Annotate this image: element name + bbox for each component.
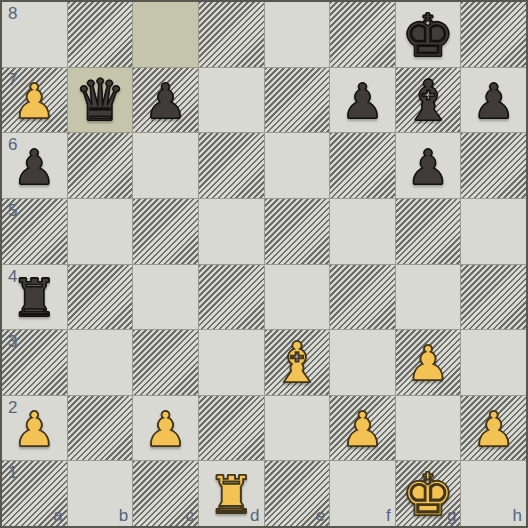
square-c5[interactable] [133,199,198,264]
file-label-g: g [447,507,456,524]
square-h4[interactable] [461,265,526,330]
square-b6[interactable] [68,133,133,198]
square-f8[interactable] [330,2,395,67]
square-d5[interactable] [199,199,264,264]
square-d1[interactable]: d♜ [199,461,264,526]
square-h5[interactable] [461,199,526,264]
piece-white-pawn[interactable]: ♟ [144,405,187,453]
rank-label-8: 8 [8,5,17,22]
square-d2[interactable] [199,396,264,461]
square-b2[interactable] [68,396,133,461]
square-h3[interactable] [461,330,526,395]
square-f6[interactable] [330,133,395,198]
rank-label-4: 4 [8,268,17,285]
square-c1[interactable]: c [133,461,198,526]
piece-black-pawn[interactable]: ♟ [13,143,56,191]
square-a5[interactable]: 5 [2,199,67,264]
rank-label-6: 6 [8,136,17,153]
square-h6[interactable] [461,133,526,198]
square-d3[interactable] [199,330,264,395]
square-b5[interactable] [68,199,133,264]
square-e3[interactable]: ♝ [265,330,330,395]
square-g1[interactable]: g♚ [396,461,461,526]
square-f5[interactable] [330,199,395,264]
square-d6[interactable] [199,133,264,198]
piece-white-pawn[interactable]: ♟ [13,405,56,453]
piece-black-pawn[interactable]: ♟ [341,77,384,125]
square-b3[interactable] [68,330,133,395]
piece-white-pawn[interactable]: ♟ [341,405,384,453]
chess-board: 8♚7♟♛♟♟♝♟6♟♟54♜3♝♟2♟♟♟♟1abcd♜efg♚h [0,0,528,528]
rank-label-3: 3 [8,333,17,350]
square-g4[interactable] [396,265,461,330]
piece-white-bishop[interactable]: ♝ [272,335,322,391]
piece-black-rook[interactable]: ♜ [11,272,58,324]
square-g7[interactable]: ♝ [396,68,461,133]
square-c6[interactable] [133,133,198,198]
file-label-h: h [513,507,522,524]
square-b4[interactable] [68,265,133,330]
rank-label-1: 1 [8,464,17,481]
rank-label-5: 5 [8,202,17,219]
square-h1[interactable]: h [461,461,526,526]
square-h2[interactable]: ♟ [461,396,526,461]
piece-black-pawn[interactable]: ♟ [144,77,187,125]
piece-black-pawn[interactable]: ♟ [472,77,515,125]
piece-white-pawn[interactable]: ♟ [13,77,56,125]
square-a7[interactable]: 7♟ [2,68,67,133]
piece-white-pawn[interactable]: ♟ [407,339,450,387]
piece-black-bishop[interactable]: ♝ [403,73,453,129]
square-c3[interactable] [133,330,198,395]
square-f4[interactable] [330,265,395,330]
rank-label-2: 2 [8,399,17,416]
square-d4[interactable] [199,265,264,330]
file-label-d: d [250,507,259,524]
square-e6[interactable] [265,133,330,198]
square-b8[interactable] [68,2,133,67]
square-g8[interactable]: ♚ [396,2,461,67]
rank-label-7: 7 [8,71,17,88]
square-f7[interactable]: ♟ [330,68,395,133]
file-label-e: e [316,507,325,524]
file-label-a: a [53,507,62,524]
square-c7[interactable]: ♟ [133,68,198,133]
square-e7[interactable] [265,68,330,133]
square-c8[interactable] [133,2,198,67]
piece-black-queen[interactable]: ♛ [74,72,125,129]
square-g5[interactable] [396,199,461,264]
square-h8[interactable] [461,2,526,67]
square-e2[interactable] [265,396,330,461]
square-d7[interactable] [199,68,264,133]
piece-black-pawn[interactable]: ♟ [407,143,450,191]
file-label-f: f [386,507,391,524]
square-b1[interactable]: b [68,461,133,526]
square-d8[interactable] [199,2,264,67]
square-f3[interactable] [330,330,395,395]
square-f2[interactable]: ♟ [330,396,395,461]
square-h7[interactable]: ♟ [461,68,526,133]
square-c2[interactable]: ♟ [133,396,198,461]
square-c4[interactable] [133,265,198,330]
piece-white-pawn[interactable]: ♟ [472,405,515,453]
square-g2[interactable] [396,396,461,461]
square-a1[interactable]: 1a [2,461,67,526]
square-f1[interactable]: f [330,461,395,526]
square-e5[interactable] [265,199,330,264]
square-e8[interactable] [265,2,330,67]
square-a2[interactable]: 2♟ [2,396,67,461]
file-label-b: b [119,507,128,524]
square-g6[interactable]: ♟ [396,133,461,198]
square-b7[interactable]: ♛ [68,68,133,133]
piece-black-king[interactable]: ♚ [402,6,455,65]
square-e4[interactable] [265,265,330,330]
square-a6[interactable]: 6♟ [2,133,67,198]
piece-white-rook[interactable]: ♜ [208,469,255,521]
square-a4[interactable]: 4♜ [2,265,67,330]
file-label-c: c [185,507,194,524]
square-a3[interactable]: 3 [2,330,67,395]
square-g3[interactable]: ♟ [396,330,461,395]
square-e1[interactable]: e [265,461,330,526]
square-a8[interactable]: 8 [2,2,67,67]
